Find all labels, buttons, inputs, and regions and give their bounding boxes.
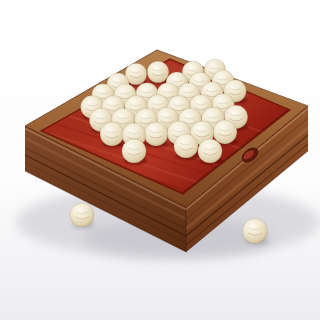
marble[interactable] — [100, 122, 124, 146]
off-board-marble[interactable] — [70, 203, 94, 227]
marble[interactable] — [122, 139, 146, 163]
product-photo-marble-solitaire — [0, 0, 320, 320]
marble[interactable] — [213, 120, 237, 144]
marble[interactable] — [198, 139, 222, 163]
solitaire-scene — [0, 0, 320, 320]
marble[interactable] — [147, 61, 169, 83]
marble[interactable] — [174, 134, 198, 158]
marble[interactable] — [144, 122, 168, 146]
off-board-marble[interactable] — [243, 219, 268, 244]
